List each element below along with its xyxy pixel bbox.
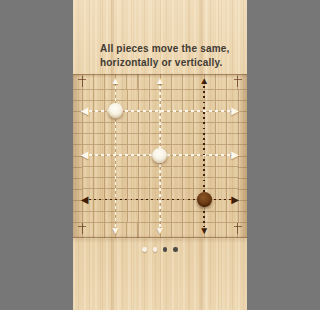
- board-cell: [226, 177, 237, 188]
- corner-cross-icon: [77, 76, 88, 87]
- board-cell: [93, 155, 104, 166]
- board-cell: [93, 211, 104, 222]
- board-cell: [138, 89, 149, 100]
- board-cell: [182, 166, 193, 177]
- board-cell: [182, 155, 193, 166]
- board-cell: [115, 122, 126, 133]
- board-cell: [215, 122, 226, 133]
- board-cell: [182, 211, 193, 222]
- board-cell: [160, 211, 171, 222]
- board-cell: [226, 133, 237, 144]
- board-cell: [127, 122, 138, 133]
- board-cell: [160, 133, 171, 144]
- move-arrow-left-icon: ◀: [79, 105, 91, 117]
- caption-line-1: All pieces move the same,: [100, 42, 247, 56]
- board-cell: [82, 166, 93, 177]
- board-cell: [160, 89, 171, 100]
- board-cell: [160, 166, 171, 177]
- pagination-dots: [73, 247, 247, 252]
- board-cell: [204, 177, 215, 188]
- board-cell: [171, 211, 182, 222]
- board-cell: [226, 166, 237, 177]
- board-cell: [93, 89, 104, 100]
- board-cell: [160, 177, 171, 188]
- board-cell: [215, 89, 226, 100]
- board-cell: [204, 122, 215, 133]
- board-cell: [127, 111, 138, 122]
- board-cell: [171, 133, 182, 144]
- screen: All pieces move the same, horizontally o…: [73, 0, 247, 310]
- board-cell: [226, 122, 237, 133]
- board-cell: [182, 122, 193, 133]
- move-arrow-down-icon: ▼: [154, 225, 166, 237]
- board-cell: [215, 177, 226, 188]
- board-cell: [115, 211, 126, 222]
- board-cell: [182, 177, 193, 188]
- move-arrow-up-icon: ▲: [154, 75, 166, 87]
- board-cell: [93, 111, 104, 122]
- board-cell: [127, 177, 138, 188]
- board-cell: [115, 89, 126, 100]
- move-arrow-left-icon: ◀: [79, 149, 91, 161]
- board-cell: [127, 89, 138, 100]
- board-cell: [138, 166, 149, 177]
- board-cell: [138, 133, 149, 144]
- board-cell: [182, 111, 193, 122]
- board-cell: [138, 122, 149, 133]
- move-arrow-down-icon: ▼: [198, 225, 210, 237]
- board-cell: [138, 211, 149, 222]
- board-cell: [138, 199, 149, 210]
- board-cell: [115, 199, 126, 210]
- board-cell: [115, 166, 126, 177]
- board-cell: [226, 211, 237, 222]
- board-cell: [82, 122, 93, 133]
- board-cell: [115, 177, 126, 188]
- corner-cross-icon: [232, 223, 243, 234]
- board-cell: [182, 133, 193, 144]
- board-cell: [115, 133, 126, 144]
- board-cell: [215, 199, 226, 210]
- board-cell: [93, 122, 104, 133]
- board-cell: [215, 155, 226, 166]
- board-cell: [138, 111, 149, 122]
- board-cell: [82, 177, 93, 188]
- white-piece[interactable]: [152, 148, 167, 163]
- board-cell: [82, 211, 93, 222]
- board-cell: [160, 122, 171, 133]
- move-arrow-left-icon: ◀: [79, 194, 91, 206]
- board-cell: [138, 177, 149, 188]
- board-cell: [93, 199, 104, 210]
- board-cell: [204, 166, 215, 177]
- board-cell: [127, 155, 138, 166]
- board-cell: [160, 199, 171, 210]
- move-arrow-right-icon: ▶: [229, 149, 241, 161]
- board-cell: [171, 166, 182, 177]
- board-cell: [171, 122, 182, 133]
- dark-piece[interactable]: [197, 192, 212, 207]
- move-arrow-right-icon: ▶: [229, 105, 241, 117]
- board-cell: [127, 199, 138, 210]
- board-cell: [204, 133, 215, 144]
- board-cell: [182, 199, 193, 210]
- board-cell: [215, 133, 226, 144]
- move-arrow-down-icon: ▼: [110, 225, 122, 237]
- board-cell: [215, 166, 226, 177]
- board-cell: [127, 133, 138, 144]
- board-cell: [171, 155, 182, 166]
- board-cell: [171, 89, 182, 100]
- move-arrow-up-icon: ▲: [110, 75, 122, 87]
- pagination-dot[interactable]: [163, 247, 168, 252]
- board-cell: [204, 211, 215, 222]
- pagination-dot[interactable]: [153, 247, 158, 252]
- corner-cross-icon: [232, 76, 243, 87]
- board-cell: [82, 133, 93, 144]
- board-cell: [93, 177, 104, 188]
- board-cell: [204, 89, 215, 100]
- tutorial-caption: All pieces move the same, horizontally o…: [100, 42, 247, 69]
- board-cell: [93, 133, 104, 144]
- board-bottom-edge: [73, 237, 247, 238]
- board-cell: [171, 111, 182, 122]
- board-cell: [204, 111, 215, 122]
- board-cell: [171, 199, 182, 210]
- move-arrow-right-icon: ▶: [229, 194, 241, 206]
- pagination-dot[interactable]: [173, 247, 178, 252]
- board-cell: [138, 155, 149, 166]
- board-cell: [204, 155, 215, 166]
- corner-cross-icon: [77, 223, 88, 234]
- board-cell: [215, 211, 226, 222]
- board-cell: [182, 89, 193, 100]
- board-cell: [93, 166, 104, 177]
- board: ▲▼◀▶▲▼◀▶▲▼◀▶: [73, 74, 247, 238]
- board-cell: [127, 166, 138, 177]
- board-cell: [171, 177, 182, 188]
- board-cell: [160, 111, 171, 122]
- pagination-dot[interactable]: [142, 247, 147, 252]
- caption-line-2: horizontally or vertically.: [100, 56, 247, 70]
- board-cell: [82, 89, 93, 100]
- board-cell: [215, 111, 226, 122]
- board-cell: [127, 211, 138, 222]
- move-arrow-up-icon: ▲: [198, 75, 210, 87]
- board-cell: [115, 155, 126, 166]
- board-cell: [226, 89, 237, 100]
